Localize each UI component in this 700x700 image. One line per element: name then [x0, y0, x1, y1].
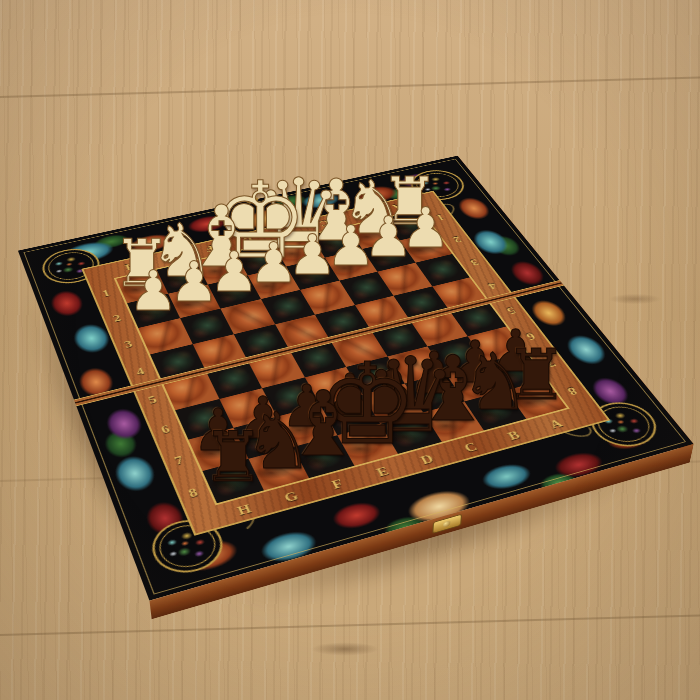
rank-label-right-8: 8 — [564, 384, 579, 397]
square-g8 — [248, 447, 309, 491]
square-f7 — [277, 405, 337, 446]
square-e8 — [337, 424, 398, 466]
brass-latch-icon — [433, 515, 461, 533]
square-a8 — [505, 379, 567, 419]
file-label-bottom-C: C — [462, 440, 481, 455]
file-label-bottom-F: F — [329, 476, 345, 491]
rank-label-right-7: 7 — [543, 356, 558, 368]
square-e5 — [289, 340, 346, 377]
square-d8 — [380, 412, 441, 454]
file-label-bottom-B: B — [505, 428, 523, 442]
board-top: 1234567812345678HGFEDCBAHGFEDCBA — [18, 156, 694, 601]
chess-box: 1234567812345678HGFEDCBAHGFEDCBA — [18, 156, 694, 601]
gold-scroll-icon — [224, 498, 259, 534]
corner-medallion — [580, 396, 668, 453]
square-h7 — [188, 428, 248, 471]
gold-scroll-icon — [546, 411, 596, 441]
file-label-bottom-E: E — [374, 464, 391, 479]
square-d7 — [363, 384, 423, 424]
square-c6 — [387, 346, 445, 384]
square-g5 — [205, 360, 262, 398]
square-h8 — [202, 459, 263, 504]
rank-label-left-6: 6 — [159, 422, 172, 436]
rank-label-left-8: 8 — [186, 485, 200, 500]
square-e7 — [320, 394, 380, 435]
rank-label-left-4: 4 — [134, 365, 146, 378]
square-b6 — [427, 336, 485, 373]
corner-medallion — [144, 513, 231, 580]
file-label-bottom-G: G — [282, 489, 301, 505]
rank-label-left-5: 5 — [146, 393, 158, 406]
square-e6 — [304, 367, 362, 406]
square-g6 — [219, 388, 277, 428]
square-d6 — [346, 356, 404, 394]
square-f6 — [262, 377, 320, 416]
file-label-bottom-A: A — [547, 417, 566, 431]
square-c8 — [422, 401, 484, 442]
gold-scroll-icon — [567, 381, 594, 411]
square-h5 — [162, 371, 219, 410]
square-h6 — [175, 399, 233, 440]
square-g7 — [233, 417, 293, 459]
square-b7 — [445, 363, 505, 402]
gold-scroll-icon — [174, 480, 225, 516]
square-h4 — [150, 344, 205, 381]
square-f8 — [293, 435, 354, 478]
scene-3d: 1234567812345678HGFEDCBAHGFEDCBA — [0, 0, 700, 700]
square-b8 — [464, 390, 526, 430]
square-a7 — [486, 352, 546, 390]
rank-label-left-3: 3 — [122, 338, 134, 350]
file-label-bottom-D: D — [418, 452, 436, 467]
square-c7 — [404, 373, 464, 412]
rank-label-left-7: 7 — [172, 453, 185, 467]
file-label-bottom-H: H — [235, 501, 254, 518]
square-f5 — [247, 350, 304, 388]
photo-stage: 1234567812345678HGFEDCBAHGFEDCBA ♜♞♝♟♛♟♚… — [0, 0, 700, 700]
